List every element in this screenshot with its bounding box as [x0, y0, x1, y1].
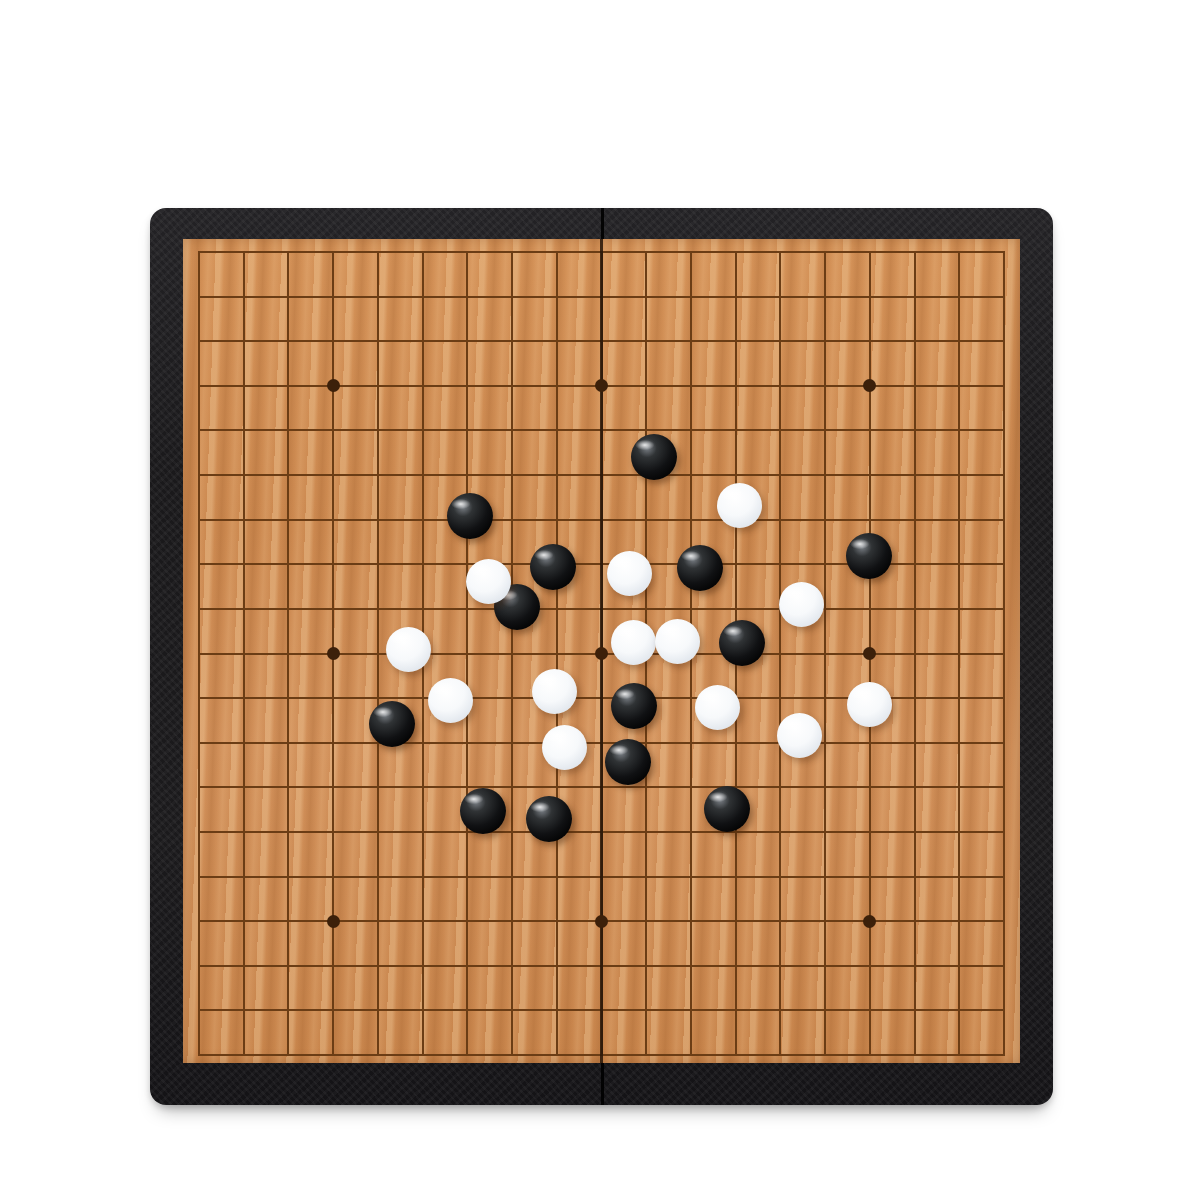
white-stone-13-7[interactable]: [717, 483, 762, 528]
star-point: [327, 915, 340, 928]
black-stone-9-14[interactable]: [526, 796, 572, 842]
star-point: [327, 379, 340, 392]
black-stone-7-7[interactable]: [447, 493, 493, 539]
white-stone-12-10[interactable]: [655, 619, 700, 664]
grid-line-vertical: [914, 251, 916, 1056]
star-point: [863, 915, 876, 928]
black-stone-5-12[interactable]: [369, 701, 415, 747]
photo-background: [0, 0, 1199, 1199]
white-stone-9-12[interactable]: [542, 725, 587, 770]
star-point: [595, 915, 608, 928]
black-stone-13-14[interactable]: [704, 786, 750, 832]
white-stone-9-11[interactable]: [532, 669, 577, 714]
white-stone-16-11[interactable]: [847, 682, 892, 727]
white-stone-14-9[interactable]: [779, 582, 824, 627]
star-point: [595, 647, 608, 660]
black-stone-11-11[interactable]: [611, 683, 657, 729]
grid-line-vertical: [824, 251, 826, 1056]
white-stone-11-8[interactable]: [607, 551, 652, 596]
black-stone-13-10[interactable]: [719, 620, 765, 666]
star-point: [595, 379, 608, 392]
white-stone-13-11[interactable]: [695, 685, 740, 730]
go-board-surface[interactable]: [183, 239, 1020, 1063]
star-point: [863, 379, 876, 392]
white-stone-11-10[interactable]: [611, 620, 656, 665]
black-stone-7-14[interactable]: [460, 788, 506, 834]
white-stone-6-10[interactable]: [386, 627, 431, 672]
grid-line-vertical: [958, 251, 960, 1056]
black-stone-11-6[interactable]: [631, 434, 677, 480]
star-point: [863, 647, 876, 660]
board-frame: [150, 208, 1053, 1105]
grid-line-vertical: [1003, 251, 1005, 1056]
white-stone-8-8[interactable]: [466, 559, 511, 604]
black-stone-9-8[interactable]: [530, 544, 576, 590]
white-stone-14-12[interactable]: [777, 713, 822, 758]
grid-line-vertical: [779, 251, 781, 1056]
star-point: [327, 647, 340, 660]
black-stone-16-8[interactable]: [846, 533, 892, 579]
white-stone-7-11[interactable]: [428, 678, 473, 723]
black-stone-12-8[interactable]: [677, 545, 723, 591]
